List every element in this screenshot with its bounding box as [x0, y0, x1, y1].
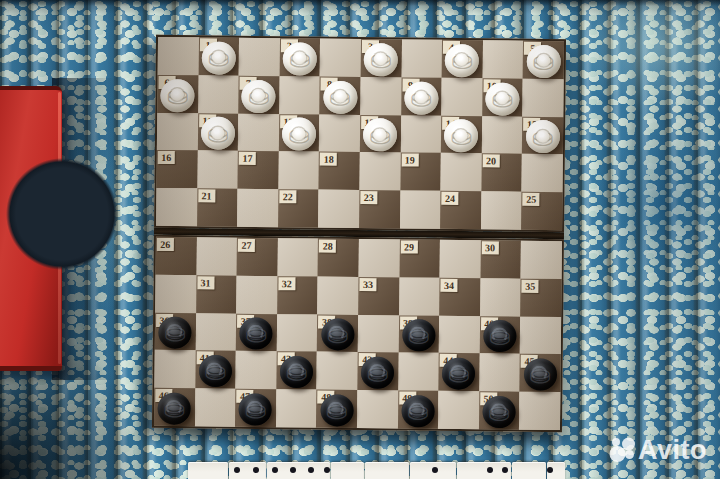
square-number: 31 — [197, 276, 214, 289]
domino-tile — [331, 462, 364, 479]
light-square — [158, 37, 199, 75]
domino-pip — [253, 467, 259, 473]
square-39: 39⛂ — [398, 315, 439, 353]
light-square — [399, 277, 440, 315]
square-16: 16 — [156, 150, 197, 188]
square-number: 18 — [320, 153, 337, 166]
light-square — [236, 276, 277, 314]
domino-pip — [487, 467, 493, 473]
square-35: 35 — [521, 278, 562, 316]
square-2: 2⛀ — [279, 38, 320, 76]
light-square — [482, 40, 523, 78]
light-square — [279, 76, 320, 114]
white-man-1: ⛀ — [202, 41, 236, 74]
square-14: 14⛀ — [441, 115, 482, 153]
light-square — [238, 113, 279, 151]
square-number: 30 — [482, 241, 499, 254]
light-square — [318, 190, 359, 228]
square-1: 1⛀ — [198, 37, 239, 75]
white-draughts-man-glyph: ⛀ — [370, 47, 392, 73]
white-draughts-man-glyph: ⛀ — [248, 83, 270, 109]
square-38: 38⛂ — [317, 314, 358, 352]
light-square — [195, 313, 236, 351]
square-number: 17 — [239, 152, 256, 165]
square-49: 49⛂ — [398, 391, 439, 429]
black-man-43: ⛂ — [361, 357, 394, 389]
square-number: 32 — [278, 277, 295, 290]
white-draughts-man-glyph: ⛀ — [207, 121, 229, 147]
light-square — [236, 351, 277, 389]
white-draughts-man-glyph: ⛀ — [532, 124, 554, 150]
black-draughts-man-glyph: ⛂ — [448, 361, 470, 387]
square-number: 24 — [441, 192, 458, 205]
light-square — [276, 389, 317, 427]
black-draughts-man-glyph: ⛂ — [327, 322, 349, 348]
square-37: 37⛂ — [236, 313, 277, 351]
square-22: 22 — [278, 189, 319, 227]
white-draughts-man-glyph: ⛀ — [369, 122, 391, 148]
white-draughts-man-glyph: ⛀ — [491, 86, 513, 112]
light-square — [521, 241, 562, 279]
black-draughts-man-glyph: ⛂ — [367, 360, 389, 386]
white-man-12: ⛀ — [282, 118, 316, 151]
white-man-9: ⛀ — [404, 81, 438, 114]
black-man-38: ⛂ — [321, 319, 354, 351]
square-20: 20 — [481, 154, 522, 192]
domino-tile — [365, 462, 409, 479]
white-man-13: ⛀ — [363, 119, 397, 152]
light-square — [278, 152, 319, 190]
white-draughts-man-glyph: ⛀ — [329, 84, 351, 110]
black-man-47: ⛂ — [239, 393, 272, 425]
black-draughts-man-glyph: ⛂ — [245, 321, 267, 347]
square-27: 27 — [237, 238, 278, 276]
white-draughts-man-glyph: ⛀ — [450, 123, 472, 149]
square-15: 15⛀ — [522, 116, 563, 154]
white-draughts-man-glyph: ⛀ — [532, 48, 554, 74]
square-number: 21 — [198, 189, 215, 202]
square-46: 46⛂ — [154, 388, 195, 426]
square-42: 42⛂ — [276, 352, 317, 390]
square-4: 4⛀ — [442, 40, 483, 78]
light-square — [400, 191, 441, 229]
black-man-44: ⛂ — [442, 358, 475, 390]
square-number: 22 — [279, 190, 296, 203]
light-square — [277, 238, 318, 276]
white-man-8: ⛀ — [323, 80, 357, 113]
square-number: 35 — [522, 280, 539, 293]
square-23: 23 — [359, 190, 400, 228]
square-13: 13⛀ — [360, 115, 401, 153]
square-11: 11⛀ — [197, 113, 238, 151]
light-square — [519, 392, 560, 430]
black-draughts-man-glyph: ⛂ — [407, 398, 429, 424]
black-draughts-man-glyph: ⛂ — [529, 362, 551, 388]
light-square — [441, 78, 482, 116]
square-50: 50⛂ — [479, 391, 520, 429]
square-21: 21 — [197, 188, 238, 226]
light-square — [479, 354, 520, 392]
light-square — [198, 75, 239, 113]
light-square — [441, 153, 482, 191]
white-man-15: ⛀ — [526, 120, 560, 153]
light-square — [357, 390, 398, 428]
board-top-half: 1⛀2⛀3⛀4⛀5⛀6⛀7⛀8⛀9⛀10⛀11⛀12⛀13⛀14⛀15⛀1617… — [154, 35, 566, 232]
square-36: 36⛂ — [155, 312, 196, 350]
white-man-14: ⛀ — [444, 120, 478, 153]
light-square — [480, 278, 521, 316]
domino-row — [188, 462, 565, 479]
light-square — [157, 112, 198, 150]
domino-pip — [502, 467, 508, 473]
square-48: 48⛂ — [316, 390, 357, 428]
domino-tile — [229, 462, 266, 479]
white-man-7: ⛀ — [242, 80, 276, 113]
light-square — [438, 391, 479, 429]
domino-tile — [188, 462, 228, 479]
square-44: 44⛂ — [439, 353, 480, 391]
square-18: 18 — [319, 152, 360, 190]
square-31: 31 — [196, 275, 237, 313]
black-draughts-man-glyph: ⛂ — [163, 396, 185, 422]
light-square — [439, 315, 480, 353]
square-number: 19 — [401, 154, 418, 167]
white-draughts-man-glyph: ⛀ — [167, 82, 189, 108]
square-number: 16 — [158, 151, 175, 164]
black-man-37: ⛂ — [240, 318, 273, 350]
black-man-40: ⛂ — [483, 320, 516, 352]
light-square — [154, 350, 195, 388]
watermark-text: Avito — [638, 437, 707, 464]
light-square — [239, 38, 280, 76]
square-number: 34 — [441, 279, 458, 292]
black-draughts-man-glyph: ⛂ — [488, 399, 510, 425]
square-number: 27 — [238, 239, 255, 252]
light-square — [237, 189, 278, 227]
square-number: 25 — [523, 193, 540, 206]
square-7: 7⛀ — [238, 76, 279, 114]
square-24: 24 — [440, 191, 481, 229]
black-draughts-man-glyph: ⛂ — [204, 358, 226, 384]
square-45: 45⛂ — [520, 354, 561, 392]
square-43: 43⛂ — [357, 352, 398, 390]
square-29: 29 — [399, 239, 440, 277]
white-man-3: ⛀ — [364, 43, 398, 76]
light-square — [520, 316, 561, 354]
light-square — [359, 152, 400, 190]
square-41: 41⛂ — [195, 351, 236, 389]
domino-tile — [267, 462, 330, 479]
square-8: 8⛀ — [320, 76, 361, 114]
white-draughts-man-glyph: ⛀ — [288, 121, 310, 147]
domino-tile — [410, 462, 456, 479]
light-square — [360, 77, 401, 115]
light-square — [320, 39, 361, 77]
square-3: 3⛀ — [361, 39, 402, 77]
square-17: 17 — [238, 151, 279, 189]
light-square — [277, 314, 318, 352]
light-square — [358, 315, 399, 353]
white-draughts-man-glyph: ⛀ — [410, 85, 432, 111]
domino-pip — [234, 467, 240, 473]
white-draughts-man-glyph: ⛀ — [208, 45, 230, 71]
white-man-10: ⛀ — [485, 82, 519, 115]
black-man-49: ⛂ — [401, 395, 434, 427]
light-square — [195, 388, 236, 426]
square-number: 33 — [359, 278, 376, 291]
domino-pip — [547, 467, 553, 473]
white-man-5: ⛀ — [526, 45, 560, 78]
light-square — [482, 116, 523, 154]
case-finger-notch — [2, 154, 122, 274]
board-bottom-half: 2627282930313233343536⛂37⛂38⛂39⛂40⛂41⛂42… — [152, 235, 564, 432]
domino-pip — [432, 467, 438, 473]
light-square — [197, 151, 238, 189]
light-square — [156, 188, 197, 226]
light-square — [522, 154, 563, 192]
domino-pip — [290, 467, 296, 473]
square-47: 47⛂ — [235, 389, 276, 427]
white-man-11: ⛀ — [201, 117, 235, 150]
square-30: 30 — [480, 240, 521, 278]
domino-pip — [272, 467, 278, 473]
square-number: 26 — [157, 238, 174, 251]
white-man-2: ⛀ — [283, 42, 317, 75]
domino-pip — [308, 467, 314, 473]
checkers-board: 1⛀2⛀3⛀4⛀5⛀6⛀7⛀8⛀9⛀10⛀11⛀12⛀13⛀14⛀15⛀1617… — [152, 35, 566, 432]
top-shadow-edge — [0, 0, 720, 6]
square-6: 6⛀ — [157, 75, 198, 113]
black-draughts-man-glyph: ⛂ — [408, 323, 430, 349]
domino-tile — [457, 462, 511, 479]
light-square — [359, 239, 400, 277]
black-draughts-man-glyph: ⛂ — [286, 359, 308, 385]
black-man-36: ⛂ — [159, 317, 192, 349]
white-draughts-man-glyph: ⛀ — [451, 47, 473, 73]
light-square — [155, 275, 196, 313]
domino-tile — [547, 462, 565, 479]
square-number: 28 — [319, 240, 336, 253]
square-5: 5⛀ — [523, 41, 564, 79]
light-square — [440, 240, 481, 278]
black-draughts-man-glyph: ⛂ — [245, 396, 267, 422]
square-32: 32 — [277, 276, 318, 314]
square-number: 23 — [360, 191, 377, 204]
square-40: 40⛂ — [480, 316, 521, 354]
black-man-45: ⛂ — [524, 359, 557, 391]
avito-logo-icon — [609, 436, 636, 464]
light-square — [481, 191, 522, 229]
white-draughts-man-glyph: ⛀ — [289, 46, 311, 72]
black-man-39: ⛂ — [402, 320, 435, 352]
square-number: 20 — [482, 155, 499, 168]
light-square — [523, 79, 564, 117]
light-square — [318, 276, 359, 314]
square-10: 10⛀ — [482, 78, 523, 116]
black-man-48: ⛂ — [320, 394, 353, 426]
square-28: 28 — [318, 239, 359, 277]
black-draughts-man-glyph: ⛂ — [164, 320, 186, 346]
square-12: 12⛀ — [279, 114, 320, 152]
light-square — [196, 237, 237, 275]
square-9: 9⛀ — [401, 77, 442, 115]
black-man-46: ⛂ — [158, 393, 191, 425]
domino-tile — [512, 462, 546, 479]
light-square — [398, 353, 439, 391]
avito-watermark: Avito — [609, 436, 707, 464]
light-square — [317, 352, 358, 390]
photo-scene: 1⛀2⛀3⛀4⛀5⛀6⛀7⛀8⛀9⛀10⛀11⛀12⛀13⛀14⛀15⛀1617… — [0, 0, 720, 479]
light-square — [319, 114, 360, 152]
white-man-4: ⛀ — [445, 44, 479, 77]
black-man-42: ⛂ — [280, 356, 313, 388]
square-33: 33 — [358, 277, 399, 315]
square-34: 34 — [439, 278, 480, 316]
white-man-6: ⛀ — [161, 79, 195, 112]
square-19: 19 — [400, 153, 441, 191]
black-draughts-man-glyph: ⛂ — [326, 397, 348, 423]
domino-pip — [324, 467, 330, 473]
light-square — [401, 39, 442, 77]
square-25: 25 — [521, 192, 562, 230]
black-draughts-man-glyph: ⛂ — [489, 323, 511, 349]
square-26: 26 — [156, 237, 197, 275]
light-square — [400, 115, 441, 153]
square-number: 29 — [400, 240, 417, 253]
black-man-50: ⛂ — [483, 396, 516, 428]
black-man-41: ⛂ — [199, 355, 232, 387]
